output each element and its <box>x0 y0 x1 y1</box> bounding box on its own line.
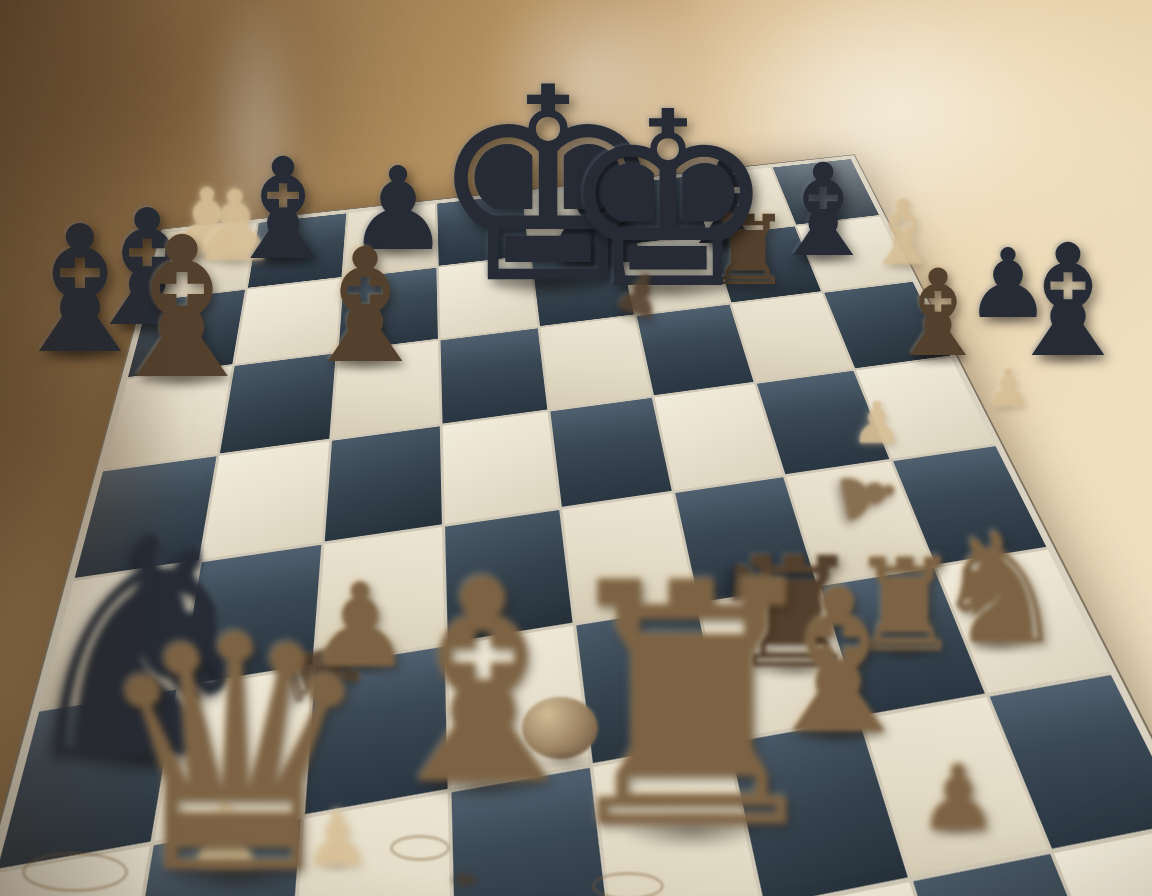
ring-mark-bottom <box>592 872 664 896</box>
white-pawn-g1[interactable]: ♟ <box>918 753 999 843</box>
piece-layer: ♝♝♝♟♟♝♝♟♚♟♚♝♜♝♝♝♟♝♟♟♞♟♝♜♜♜♛♝♞♟♟♟♟♟♟♜ <box>0 0 1152 896</box>
white-pawn-g5[interactable]: ♟ <box>851 394 903 452</box>
black-bishop-d7[interactable]: ♝ <box>294 227 436 385</box>
ring-mark-small <box>390 835 450 861</box>
chess-scene: ♝♝♝♟♟♝♝♟♚♟♚♝♜♝♝♝♟♝♟♟♞♟♝♜♜♜♛♝♞♟♟♟♟♟♟♜ <box>0 0 1152 896</box>
white-rook-f3[interactable]: ♜ <box>542 540 842 875</box>
white-pawn-h5[interactable]: ♟ <box>985 362 1032 414</box>
black-bishop-h6[interactable]: ♝ <box>999 224 1138 379</box>
black-bishop-b7[interactable]: ♝ <box>95 211 270 406</box>
white-queen-b2[interactable]: ♛ <box>89 594 380 896</box>
black-bishop-f6[interactable]: ♝ <box>884 254 992 374</box>
debris-blob <box>448 870 482 890</box>
